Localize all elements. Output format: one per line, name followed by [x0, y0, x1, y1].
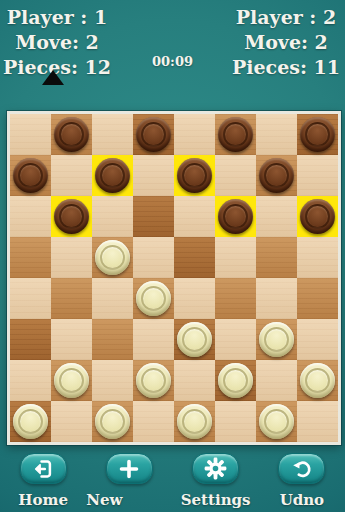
- checker-piece-cream[interactable]: [136, 363, 171, 398]
- board-square[interactable]: [297, 196, 338, 237]
- settings-button[interactable]: [192, 453, 239, 484]
- board-square[interactable]: [92, 278, 133, 319]
- checker-piece-cream[interactable]: [177, 322, 212, 357]
- board-square[interactable]: [215, 237, 256, 278]
- board-square[interactable]: [174, 114, 215, 155]
- undo-button-group: Udno: [259, 453, 345, 512]
- board-square[interactable]: [51, 278, 92, 319]
- board-square[interactable]: [297, 319, 338, 360]
- board-square[interactable]: [215, 360, 256, 401]
- board-square[interactable]: [174, 155, 215, 196]
- board-square[interactable]: [256, 114, 297, 155]
- board-square[interactable]: [51, 155, 92, 196]
- board-square[interactable]: [133, 278, 174, 319]
- board-square[interactable]: [133, 155, 174, 196]
- checker-piece-cream[interactable]: [13, 404, 48, 439]
- board-square[interactable]: [297, 155, 338, 196]
- player1-move: Move: 2: [0, 30, 114, 55]
- board-square[interactable]: [133, 319, 174, 360]
- board-square[interactable]: [92, 360, 133, 401]
- undo-icon: [290, 457, 314, 481]
- player1-title: Player : 1: [0, 5, 114, 30]
- board-square[interactable]: [51, 114, 92, 155]
- board-square[interactable]: [215, 319, 256, 360]
- checker-piece-cream[interactable]: [136, 281, 171, 316]
- checker-piece-brown[interactable]: [259, 158, 294, 193]
- checker-piece-brown[interactable]: [218, 117, 253, 152]
- board-square[interactable]: [297, 114, 338, 155]
- board-square[interactable]: [174, 237, 215, 278]
- board-square[interactable]: [92, 401, 133, 442]
- undo-button-label: Udno: [280, 491, 324, 509]
- checker-piece-brown[interactable]: [54, 117, 89, 152]
- checker-piece-cream[interactable]: [259, 322, 294, 357]
- checker-piece-brown[interactable]: [177, 158, 212, 193]
- player2-panel: Player : 2 Move: 2 Pieces: 11: [229, 5, 343, 80]
- board-square[interactable]: [92, 155, 133, 196]
- board-square[interactable]: [51, 237, 92, 278]
- board-square[interactable]: [297, 237, 338, 278]
- home-button-label: Home: [18, 491, 68, 509]
- board-square[interactable]: [215, 155, 256, 196]
- board-square[interactable]: [297, 360, 338, 401]
- board-square[interactable]: [92, 196, 133, 237]
- board-square[interactable]: [10, 278, 51, 319]
- board-square[interactable]: [51, 196, 92, 237]
- board-square[interactable]: [133, 401, 174, 442]
- checker-piece-brown[interactable]: [95, 158, 130, 193]
- board-square[interactable]: [10, 360, 51, 401]
- board-square[interactable]: [174, 319, 215, 360]
- checker-piece-brown[interactable]: [300, 199, 335, 234]
- plus-icon: [117, 457, 141, 481]
- checker-piece-brown[interactable]: [136, 117, 171, 152]
- settings-button-group: Settings: [173, 453, 259, 512]
- board-square[interactable]: [256, 319, 297, 360]
- board-square[interactable]: [10, 196, 51, 237]
- home-button-group: Home: [0, 453, 86, 512]
- checker-piece-cream[interactable]: [300, 363, 335, 398]
- player2-title: Player : 2: [229, 5, 343, 30]
- board-square[interactable]: [51, 319, 92, 360]
- board-square[interactable]: [256, 278, 297, 319]
- gear-icon: [203, 456, 228, 481]
- undo-button[interactable]: [278, 453, 325, 484]
- board-square[interactable]: [174, 278, 215, 319]
- board-square[interactable]: [10, 155, 51, 196]
- checker-piece-cream[interactable]: [259, 404, 294, 439]
- board-square[interactable]: [10, 319, 51, 360]
- new-game-button-label: New Game: [86, 491, 172, 512]
- checker-piece-cream[interactable]: [95, 240, 130, 275]
- board-square[interactable]: [215, 114, 256, 155]
- board-square[interactable]: [174, 196, 215, 237]
- board-square[interactable]: [133, 237, 174, 278]
- board-square[interactable]: [92, 114, 133, 155]
- checker-piece-brown[interactable]: [218, 199, 253, 234]
- new-game-button[interactable]: [106, 453, 153, 484]
- player2-pieces: Pieces: 11: [229, 55, 343, 80]
- home-button[interactable]: [20, 453, 67, 484]
- checker-piece-brown[interactable]: [54, 199, 89, 234]
- checker-piece-cream[interactable]: [95, 404, 130, 439]
- board-square[interactable]: [92, 237, 133, 278]
- board-square[interactable]: [297, 278, 338, 319]
- board-square[interactable]: [51, 360, 92, 401]
- board-square[interactable]: [256, 237, 297, 278]
- board: [7, 111, 341, 445]
- board-square[interactable]: [10, 237, 51, 278]
- board-square[interactable]: [256, 360, 297, 401]
- board-square[interactable]: [256, 155, 297, 196]
- checker-piece-brown[interactable]: [13, 158, 48, 193]
- board-square[interactable]: [174, 401, 215, 442]
- board-square[interactable]: [215, 401, 256, 442]
- checker-piece-cream[interactable]: [218, 363, 253, 398]
- turn-indicator-triangle: [42, 70, 64, 85]
- exit-icon: [31, 457, 55, 481]
- board-square[interactable]: [51, 401, 92, 442]
- new-game-button-group: New Game: [86, 453, 172, 512]
- board-square[interactable]: [10, 401, 51, 442]
- checker-piece-brown[interactable]: [300, 117, 335, 152]
- board-square[interactable]: [174, 360, 215, 401]
- board-square[interactable]: [133, 114, 174, 155]
- toolbar: Home New Game: [0, 453, 345, 512]
- checker-piece-cream[interactable]: [177, 404, 212, 439]
- board-square[interactable]: [10, 114, 51, 155]
- checkers-app: Player : 1 Move: 2 Pieces: 12 00:09 Play…: [0, 0, 345, 512]
- player2-move: Move: 2: [229, 30, 343, 55]
- board-square[interactable]: [297, 401, 338, 442]
- settings-button-label: Settings: [181, 491, 251, 509]
- board-square[interactable]: [215, 196, 256, 237]
- board-square[interactable]: [133, 196, 174, 237]
- board-square[interactable]: [256, 196, 297, 237]
- board-square[interactable]: [92, 319, 133, 360]
- checker-piece-cream[interactable]: [54, 363, 89, 398]
- board-square[interactable]: [256, 401, 297, 442]
- board-square[interactable]: [133, 360, 174, 401]
- board-square[interactable]: [215, 278, 256, 319]
